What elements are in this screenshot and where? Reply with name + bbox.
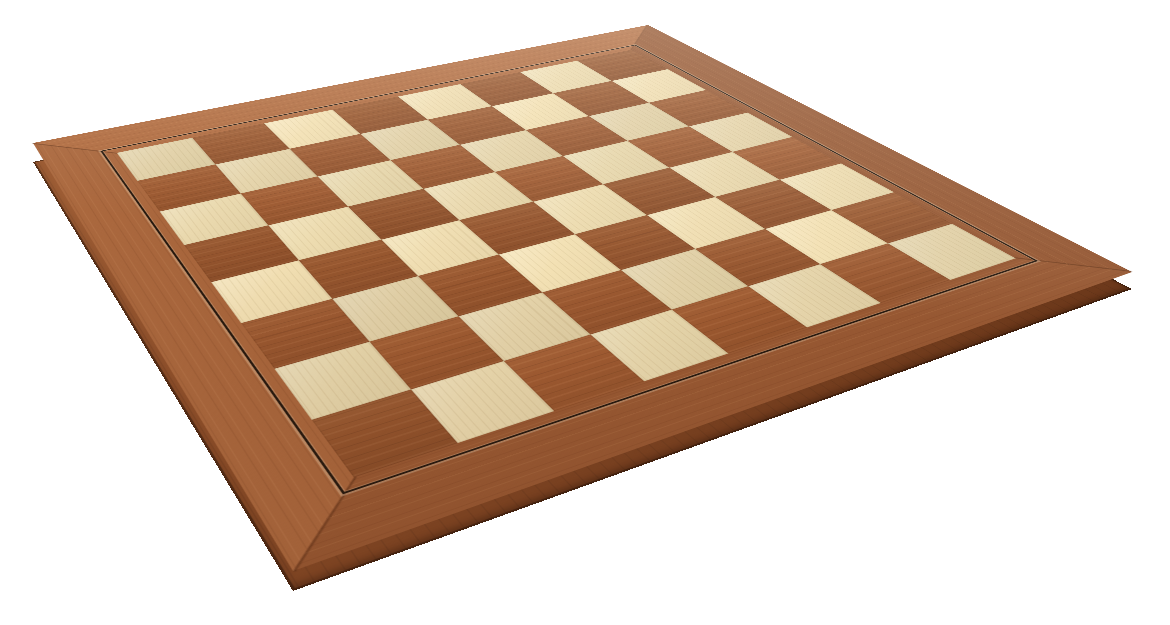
product-photo-stage	[0, 0, 1170, 625]
board-top-surface	[33, 25, 1132, 571]
chessboard	[0, 0, 1170, 625]
